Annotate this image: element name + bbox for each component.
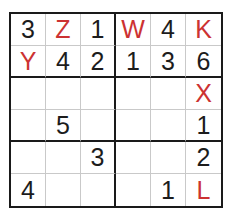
sudoku-board: 3Z1W4KY42136X513241L bbox=[9, 12, 223, 208]
cell-r6c3[interactable] bbox=[81, 174, 116, 206]
cell-r2c6[interactable]: 6 bbox=[186, 46, 221, 78]
cell-r1c6[interactable]: K bbox=[186, 14, 221, 46]
cell-r5c6[interactable]: 2 bbox=[186, 142, 221, 174]
cell-r2c3[interactable]: 2 bbox=[81, 46, 116, 78]
cell-r1c4[interactable]: W bbox=[116, 14, 151, 46]
cell-r6c2[interactable] bbox=[46, 174, 81, 206]
cell-r4c5[interactable] bbox=[151, 110, 186, 142]
cell-r3c2[interactable] bbox=[46, 78, 81, 110]
cell-r4c2[interactable]: 5 bbox=[46, 110, 81, 142]
cell-r3c1[interactable] bbox=[11, 78, 46, 110]
cell-r6c4[interactable] bbox=[116, 174, 151, 206]
cell-r1c2[interactable]: Z bbox=[46, 14, 81, 46]
cell-r4c6[interactable]: 1 bbox=[186, 110, 221, 142]
cell-r6c6[interactable]: L bbox=[186, 174, 221, 206]
cell-r5c2[interactable] bbox=[46, 142, 81, 174]
cell-r4c4[interactable] bbox=[116, 110, 151, 142]
cell-r5c5[interactable] bbox=[151, 142, 186, 174]
cell-r1c1[interactable]: 3 bbox=[11, 14, 46, 46]
sudoku-screenshot: 3Z1W4KY42136X513241L bbox=[0, 0, 228, 215]
cell-r6c5[interactable]: 1 bbox=[151, 174, 186, 206]
cell-r3c3[interactable] bbox=[81, 78, 116, 110]
cell-r6c1[interactable]: 4 bbox=[11, 174, 46, 206]
cell-r4c3[interactable] bbox=[81, 110, 116, 142]
cell-r5c1[interactable] bbox=[11, 142, 46, 174]
cell-r3c6[interactable]: X bbox=[186, 78, 221, 110]
cell-r3c4[interactable] bbox=[116, 78, 151, 110]
cell-r1c3[interactable]: 1 bbox=[81, 14, 116, 46]
cell-r1c5[interactable]: 4 bbox=[151, 14, 186, 46]
cell-r3c5[interactable] bbox=[151, 78, 186, 110]
cell-r4c1[interactable] bbox=[11, 110, 46, 142]
cell-r5c4[interactable] bbox=[116, 142, 151, 174]
cell-r5c3[interactable]: 3 bbox=[81, 142, 116, 174]
cell-r2c4[interactable]: 1 bbox=[116, 46, 151, 78]
cell-r2c1[interactable]: Y bbox=[11, 46, 46, 78]
cell-r2c5[interactable]: 3 bbox=[151, 46, 186, 78]
cell-r2c2[interactable]: 4 bbox=[46, 46, 81, 78]
